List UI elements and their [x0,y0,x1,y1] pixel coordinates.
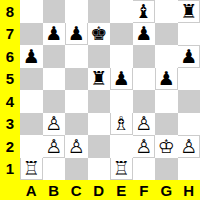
black-rook-glyph: ♜ [90,68,107,89]
square-h5[interactable] [178,68,201,91]
rank-label-3: 3 [0,113,20,136]
square-a4[interactable] [20,90,43,113]
black-pawn-glyph: ♟ [135,23,152,44]
black-king-glyph: ♚ [90,23,107,44]
square-c3[interactable] [65,113,88,136]
black-pawn-glyph: ♟ [45,23,62,44]
rank-label-1: 1 [0,158,20,181]
black-pawn[interactable]: ♟ [133,23,154,44]
rank-label-7: 7 [0,23,20,46]
black-rook-glyph: ♜ [180,1,197,22]
white-pawn[interactable]: ♙ [43,136,64,157]
white-pawn[interactable]: ♙ [178,136,199,157]
white-rook[interactable]: ♖ [111,158,132,179]
square-b1[interactable] [43,158,66,181]
square-d2[interactable] [88,135,111,158]
square-d5[interactable]: ♜ [88,68,111,91]
black-pawn-glyph: ♟ [23,46,40,67]
black-pawn[interactable]: ♟ [43,23,64,44]
square-h1[interactable] [178,158,201,181]
rank-label-6: 6 [0,45,20,68]
file-label-g: G [155,180,178,200]
square-c8[interactable] [65,0,88,23]
square-e5[interactable]: ♟ [110,68,133,91]
file-label-a: A [20,180,43,200]
square-c4[interactable] [65,90,88,113]
square-e7[interactable] [110,23,133,46]
white-bishop[interactable]: ♗ [111,113,132,134]
white-rook-glyph: ♖ [113,158,130,179]
square-e8[interactable] [110,0,133,23]
file-label-d: D [88,180,111,200]
square-a8[interactable] [20,0,43,23]
square-d1[interactable] [88,158,111,181]
square-b3[interactable]: ♙ [43,113,66,136]
black-rook[interactable]: ♜ [88,68,109,89]
square-h8[interactable]: ♜ [178,0,201,23]
square-b5[interactable] [43,68,66,91]
square-g1[interactable] [155,158,178,181]
square-b6[interactable] [43,45,66,68]
rank-label-4: 4 [0,90,20,113]
square-f4[interactable] [133,90,156,113]
white-pawn-glyph: ♙ [180,136,197,157]
white-pawn-glyph: ♙ [68,136,85,157]
square-h3[interactable] [178,113,201,136]
black-pawn[interactable]: ♟ [156,68,177,89]
square-c7[interactable]: ♟ [65,23,88,46]
rank-label-8: 8 [0,0,20,23]
black-bishop[interactable]: ♝ [133,1,154,22]
square-e4[interactable] [110,90,133,113]
square-e1[interactable]: ♖ [110,158,133,181]
file-label-b: B [43,180,66,200]
black-pawn-glyph: ♟ [68,23,85,44]
square-f2[interactable]: ♙ [133,135,156,158]
white-pawn[interactable]: ♙ [43,113,64,134]
black-pawn-glyph: ♟ [113,68,130,89]
square-f8[interactable]: ♝ [133,0,156,23]
black-pawn-glyph: ♟ [158,68,175,89]
file-label-e: E [110,180,133,200]
white-pawn-glyph: ♙ [135,113,152,134]
white-rook[interactable]: ♖ [21,158,42,179]
square-c6[interactable] [65,45,88,68]
square-b7[interactable]: ♟ [43,23,66,46]
square-g6[interactable] [155,45,178,68]
white-pawn[interactable]: ♙ [66,136,87,157]
square-c1[interactable] [65,158,88,181]
square-a1[interactable]: ♖ [20,158,43,181]
square-f1[interactable] [133,158,156,181]
white-pawn-glyph: ♙ [45,113,62,134]
square-f3[interactable]: ♙ [133,113,156,136]
square-b4[interactable] [43,90,66,113]
file-label-h: H [178,180,201,200]
white-pawn[interactable]: ♙ [133,113,154,134]
square-g5[interactable]: ♟ [155,68,178,91]
white-rook-glyph: ♖ [23,158,40,179]
square-d6[interactable] [88,45,111,68]
square-g4[interactable] [155,90,178,113]
square-f6[interactable] [133,45,156,68]
black-pawn[interactable]: ♟ [21,46,42,67]
square-d3[interactable] [88,113,111,136]
corner-cell [0,180,20,200]
square-e2[interactable] [110,135,133,158]
square-a3[interactable] [20,113,43,136]
file-label-c: C [65,180,88,200]
square-f7[interactable]: ♟ [133,23,156,46]
square-h7[interactable] [178,23,201,46]
square-g2[interactable]: ♔ [155,135,178,158]
square-a7[interactable] [20,23,43,46]
square-g7[interactable] [155,23,178,46]
chess-board: 8♝♜7♟♟♚♟6♟♟5♜♟♟43♙♗♙2♙♙♙♔♙1♖♖ABCDEFGH [0,0,200,200]
square-h2[interactable]: ♙ [178,135,201,158]
square-a2[interactable] [20,135,43,158]
white-pawn-glyph: ♙ [135,136,152,157]
square-c5[interactable] [65,68,88,91]
black-rook[interactable]: ♜ [178,1,199,22]
white-king-glyph: ♔ [158,136,175,157]
white-pawn[interactable]: ♙ [133,136,154,157]
square-d8[interactable] [88,0,111,23]
square-g3[interactable] [155,113,178,136]
white-bishop-glyph: ♗ [113,113,130,134]
square-d4[interactable] [88,90,111,113]
rank-label-2: 2 [0,135,20,158]
square-a5[interactable] [20,68,43,91]
black-pawn-glyph: ♟ [180,46,197,67]
square-e3[interactable]: ♗ [110,113,133,136]
square-a6[interactable]: ♟ [20,45,43,68]
black-pawn[interactable]: ♟ [66,23,87,44]
white-king[interactable]: ♔ [156,136,177,157]
black-pawn[interactable]: ♟ [111,68,132,89]
file-label-f: F [133,180,156,200]
square-g8[interactable] [155,0,178,23]
square-h4[interactable] [178,90,201,113]
square-d7[interactable]: ♚ [88,23,111,46]
square-h6[interactable]: ♟ [178,45,201,68]
square-b8[interactable] [43,0,66,23]
black-bishop-glyph: ♝ [135,1,152,22]
square-b2[interactable]: ♙ [43,135,66,158]
square-c2[interactable]: ♙ [65,135,88,158]
black-king[interactable]: ♚ [88,23,109,44]
white-pawn-glyph: ♙ [45,136,62,157]
black-pawn[interactable]: ♟ [178,46,199,67]
rank-label-5: 5 [0,68,20,91]
square-f5[interactable] [133,68,156,91]
square-e6[interactable] [110,45,133,68]
